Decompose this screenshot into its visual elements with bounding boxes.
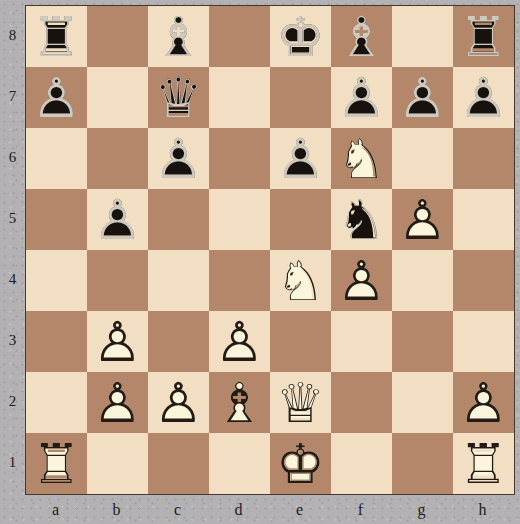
black-pawn-outline: ♙ — [392, 67, 453, 128]
white-rook-outline: ♖ — [26, 433, 87, 494]
white-rook-outline: ♖ — [453, 433, 514, 494]
square-e3[interactable] — [270, 311, 331, 372]
black-pawn-g7[interactable]: ♟♙ — [392, 67, 453, 128]
square-a6[interactable] — [26, 128, 87, 189]
square-d7[interactable] — [209, 67, 270, 128]
square-a4[interactable] — [26, 250, 87, 311]
white-pawn-c2[interactable]: ♟♙ — [148, 372, 209, 433]
square-a8[interactable]: ♜♖ — [26, 6, 87, 67]
square-h8[interactable]: ♜♖ — [453, 6, 514, 67]
square-a5[interactable] — [26, 189, 87, 250]
square-h7[interactable]: ♟♙ — [453, 67, 514, 128]
square-e2[interactable]: ♛♕ — [270, 372, 331, 433]
square-h4[interactable] — [453, 250, 514, 311]
black-bishop-outline: ♗ — [148, 6, 209, 67]
square-g7[interactable]: ♟♙ — [392, 67, 453, 128]
white-pawn-d3[interactable]: ♟♙ — [209, 311, 270, 372]
black-pawn-outline: ♙ — [270, 128, 331, 189]
white-pawn-b3[interactable]: ♟♙ — [87, 311, 148, 372]
white-pawn-outline: ♙ — [453, 372, 514, 433]
black-rook-outline: ♖ — [26, 6, 87, 67]
square-d2[interactable]: ♝♗ — [209, 372, 270, 433]
white-knight-outline: ♘ — [270, 250, 331, 311]
white-pawn-outline: ♙ — [87, 372, 148, 433]
square-c4[interactable] — [148, 250, 209, 311]
chess-diagram: 87654321 ♜♖♝♗♚♔♝♗♜♖♟♙♛♕♟♙♟♙♟♙♟♙♟♙♞♘♟♙♞♘♟… — [0, 0, 520, 524]
black-pawn-f7[interactable]: ♟♙ — [331, 67, 392, 128]
square-d3[interactable]: ♟♙ — [209, 311, 270, 372]
square-c8[interactable]: ♝♗ — [148, 6, 209, 67]
black-pawn-h7[interactable]: ♟♙ — [453, 67, 514, 128]
rank-label-7: 7 — [0, 66, 25, 127]
white-king-outline: ♔ — [270, 433, 331, 494]
square-b5[interactable]: ♟♙ — [87, 189, 148, 250]
square-f5[interactable]: ♞♘ — [331, 189, 392, 250]
white-knight-f6[interactable]: ♞♘ — [331, 128, 392, 189]
white-pawn-g5[interactable]: ♟♙ — [392, 189, 453, 250]
square-b4[interactable] — [87, 250, 148, 311]
square-e4[interactable]: ♞♘ — [270, 250, 331, 311]
black-pawn-outline: ♙ — [453, 67, 514, 128]
square-b8[interactable] — [87, 6, 148, 67]
white-pawn-outline: ♙ — [148, 372, 209, 433]
square-d5[interactable] — [209, 189, 270, 250]
black-pawn-outline: ♙ — [87, 189, 148, 250]
black-queen-c7[interactable]: ♛♕ — [148, 67, 209, 128]
black-bishop-c8[interactable]: ♝♗ — [148, 6, 209, 67]
square-c6[interactable]: ♟♙ — [148, 128, 209, 189]
square-e8[interactable]: ♚♔ — [270, 6, 331, 67]
white-pawn-f4[interactable]: ♟♙ — [331, 250, 392, 311]
black-pawn-e6[interactable]: ♟♙ — [270, 128, 331, 189]
square-f3[interactable] — [331, 311, 392, 372]
black-pawn-outline: ♙ — [148, 128, 209, 189]
square-b2[interactable]: ♟♙ — [87, 372, 148, 433]
rank-label-3: 3 — [0, 310, 25, 371]
file-label-e: e — [269, 497, 330, 523]
square-h3[interactable] — [453, 311, 514, 372]
white-queen-outline: ♕ — [270, 372, 331, 433]
square-e1[interactable]: ♚♔ — [270, 433, 331, 494]
square-g3[interactable] — [392, 311, 453, 372]
file-label-f: f — [330, 497, 391, 523]
rank-label-4: 4 — [0, 249, 25, 310]
black-pawn-c6[interactable]: ♟♙ — [148, 128, 209, 189]
file-labels: abcdefgh — [25, 497, 513, 523]
white-pawn-b2[interactable]: ♟♙ — [87, 372, 148, 433]
rank-label-1: 1 — [0, 432, 25, 493]
black-rook-outline: ♖ — [453, 6, 514, 67]
square-h1[interactable]: ♜♖ — [453, 433, 514, 494]
black-king-outline: ♔ — [270, 6, 331, 67]
square-d1[interactable] — [209, 433, 270, 494]
file-label-b: b — [86, 497, 147, 523]
square-a7[interactable]: ♟♙ — [26, 67, 87, 128]
rank-label-6: 6 — [0, 127, 25, 188]
square-f4[interactable]: ♟♙ — [331, 250, 392, 311]
white-pawn-outline: ♙ — [331, 250, 392, 311]
white-queen-e2[interactable]: ♛♕ — [270, 372, 331, 433]
square-d4[interactable] — [209, 250, 270, 311]
file-label-h: h — [452, 497, 513, 523]
square-b6[interactable] — [87, 128, 148, 189]
square-a2[interactable] — [26, 372, 87, 433]
square-c5[interactable] — [148, 189, 209, 250]
square-h6[interactable] — [453, 128, 514, 189]
file-label-c: c — [147, 497, 208, 523]
black-bishop-f8[interactable]: ♝♗ — [331, 6, 392, 67]
black-pawn-outline: ♙ — [26, 67, 87, 128]
black-knight-f5[interactable]: ♞♘ — [331, 189, 392, 250]
square-c1[interactable] — [148, 433, 209, 494]
square-f6[interactable]: ♞♘ — [331, 128, 392, 189]
black-pawn-b5[interactable]: ♟♙ — [87, 189, 148, 250]
square-d6[interactable] — [209, 128, 270, 189]
square-b7[interactable] — [87, 67, 148, 128]
white-pawn-outline: ♙ — [209, 311, 270, 372]
black-king-e8[interactable]: ♚♔ — [270, 6, 331, 67]
black-rook-h8[interactable]: ♜♖ — [453, 6, 514, 67]
square-f2[interactable] — [331, 372, 392, 433]
rank-label-5: 5 — [0, 188, 25, 249]
square-c2[interactable]: ♟♙ — [148, 372, 209, 433]
square-g1[interactable] — [392, 433, 453, 494]
black-rook-a8[interactable]: ♜♖ — [26, 6, 87, 67]
rank-label-8: 8 — [0, 5, 25, 66]
square-e5[interactable] — [270, 189, 331, 250]
square-h2[interactable]: ♟♙ — [453, 372, 514, 433]
white-pawn-outline: ♙ — [392, 189, 453, 250]
square-c7[interactable]: ♛♕ — [148, 67, 209, 128]
file-label-a: a — [25, 497, 86, 523]
square-f7[interactable]: ♟♙ — [331, 67, 392, 128]
square-f8[interactable]: ♝♗ — [331, 6, 392, 67]
white-bishop-outline: ♗ — [209, 372, 270, 433]
white-knight-e4[interactable]: ♞♘ — [270, 250, 331, 311]
white-bishop-d2[interactable]: ♝♗ — [209, 372, 270, 433]
chess-board: ♜♖♝♗♚♔♝♗♜♖♟♙♛♕♟♙♟♙♟♙♟♙♟♙♞♘♟♙♞♘♟♙♞♘♟♙♟♙♟♙… — [25, 5, 515, 495]
black-bishop-outline: ♗ — [331, 6, 392, 67]
rank-label-2: 2 — [0, 371, 25, 432]
black-knight-outline: ♘ — [331, 189, 392, 250]
square-f1[interactable] — [331, 433, 392, 494]
square-g8[interactable] — [392, 6, 453, 67]
white-king-e1[interactable]: ♚♔ — [270, 433, 331, 494]
white-rook-h1[interactable]: ♜♖ — [453, 433, 514, 494]
square-g5[interactable]: ♟♙ — [392, 189, 453, 250]
square-c3[interactable] — [148, 311, 209, 372]
square-b3[interactable]: ♟♙ — [87, 311, 148, 372]
black-queen-outline: ♕ — [148, 67, 209, 128]
square-g2[interactable] — [392, 372, 453, 433]
white-pawn-outline: ♙ — [87, 311, 148, 372]
rank-labels: 87654321 — [0, 5, 25, 493]
square-a3[interactable] — [26, 311, 87, 372]
black-pawn-outline: ♙ — [331, 67, 392, 128]
file-label-d: d — [208, 497, 269, 523]
square-a1[interactable]: ♜♖ — [26, 433, 87, 494]
file-label-g: g — [391, 497, 452, 523]
square-e7[interactable] — [270, 67, 331, 128]
square-e6[interactable]: ♟♙ — [270, 128, 331, 189]
square-g6[interactable] — [392, 128, 453, 189]
black-pawn-a7[interactable]: ♟♙ — [26, 67, 87, 128]
square-g4[interactable] — [392, 250, 453, 311]
square-b1[interactable] — [87, 433, 148, 494]
square-d8[interactable] — [209, 6, 270, 67]
white-rook-a1[interactable]: ♜♖ — [26, 433, 87, 494]
white-pawn-h2[interactable]: ♟♙ — [453, 372, 514, 433]
white-knight-outline: ♘ — [331, 128, 392, 189]
square-h5[interactable] — [453, 189, 514, 250]
